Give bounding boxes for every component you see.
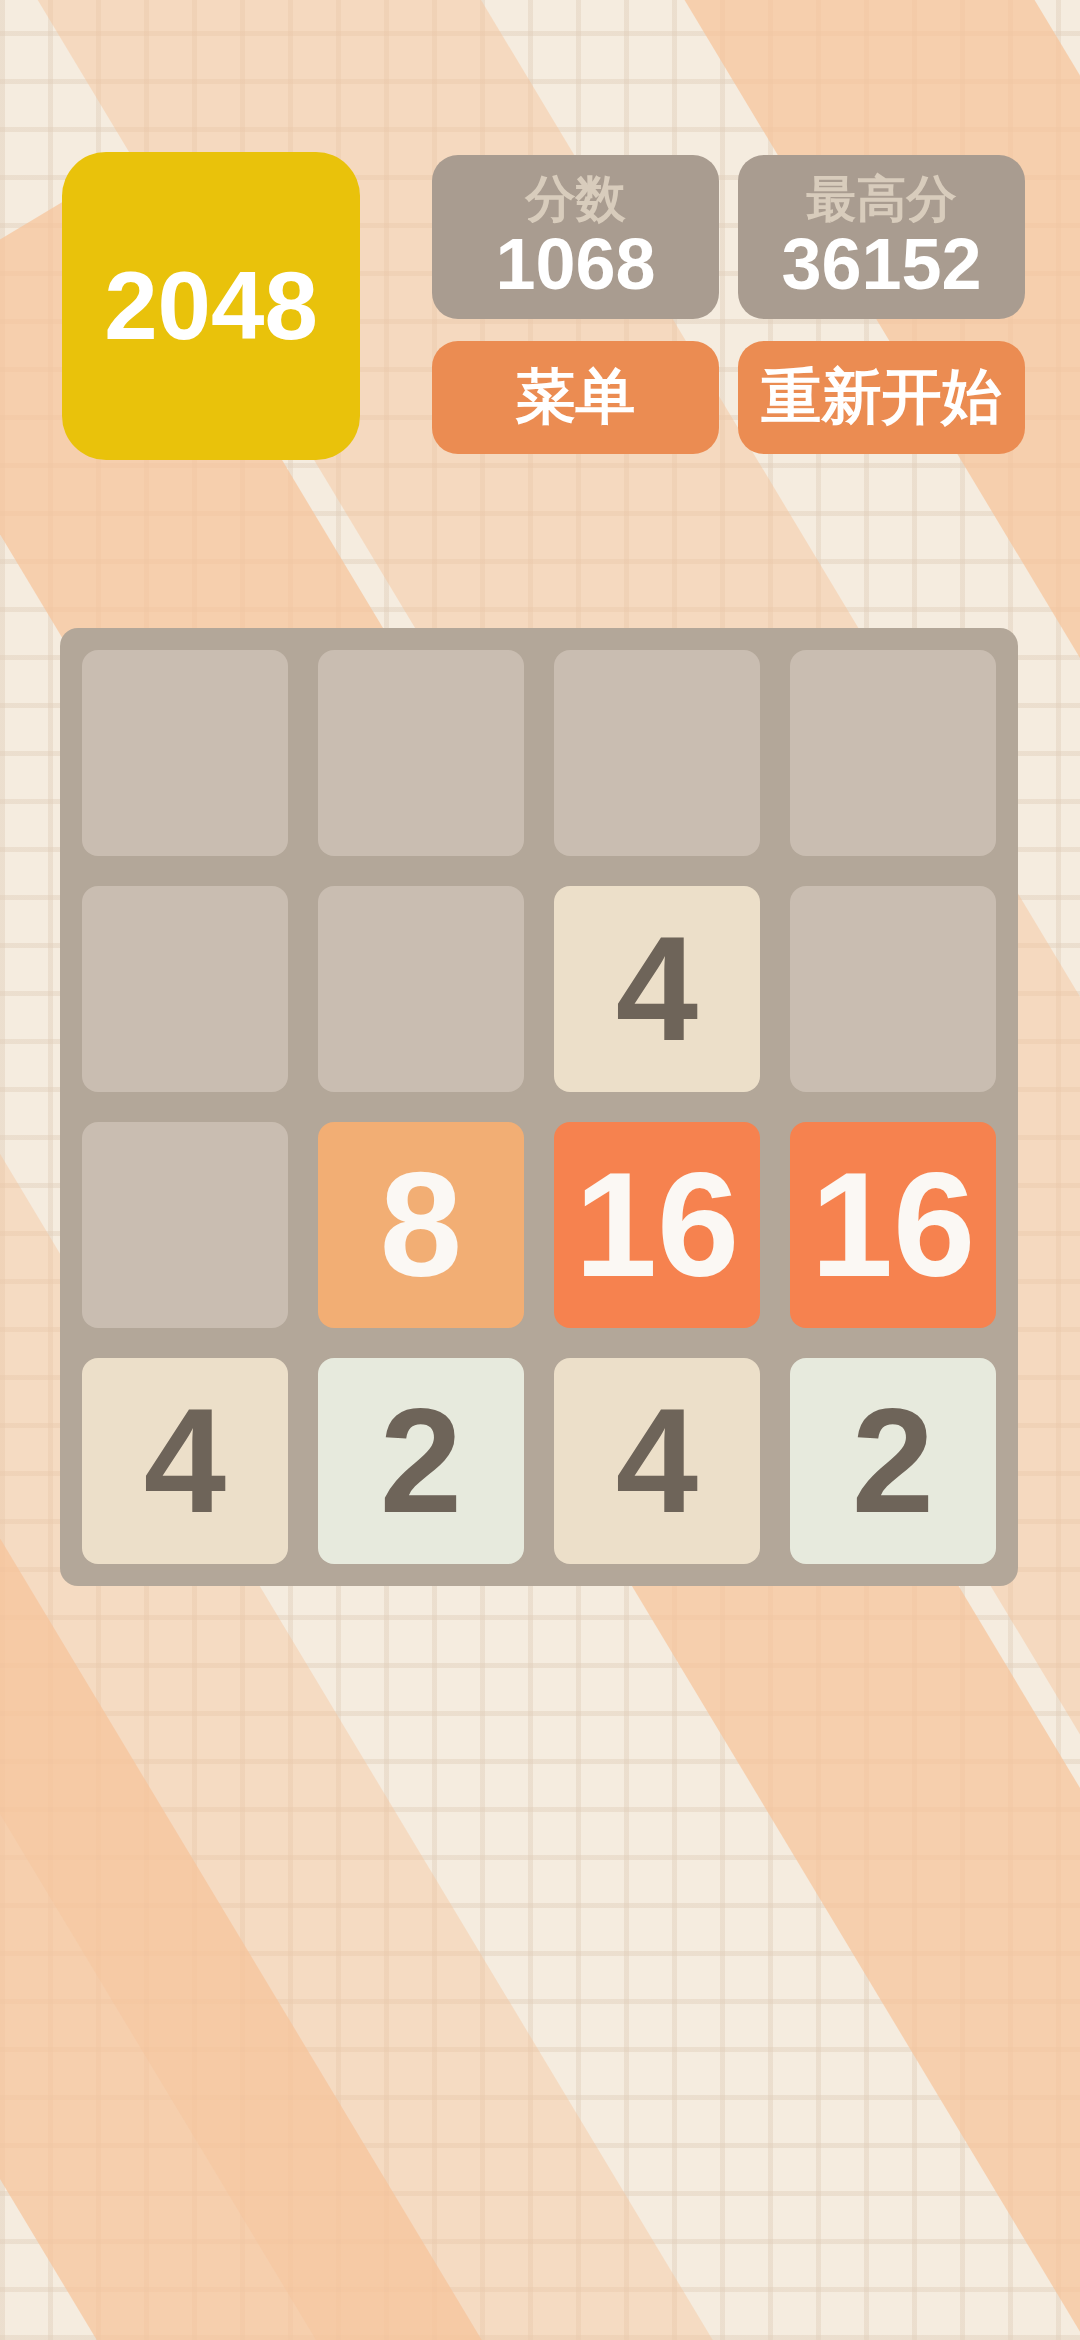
cell-empty-r2c1 [82,886,288,1092]
cell-empty-r1c2 [318,650,524,856]
tile-4-r4c3: 4 [554,1358,760,1564]
cell-empty-r1c4 [790,650,996,856]
cell-empty-r2c2 [318,886,524,1092]
score-label: 分数 [526,172,626,227]
cell-empty-r1c1 [82,650,288,856]
menu-button[interactable]: 菜单 [432,341,719,454]
tile-16-r3c4: 16 [790,1122,996,1328]
tile-2-r4c2: 2 [318,1358,524,1564]
tile-4-r2c3: 4 [554,886,760,1092]
board[interactable]: 4816164242 [60,628,1018,1586]
best-score-label: 最高分 [807,172,957,227]
restart-button[interactable]: 重新开始 [738,341,1025,454]
cell-empty-r2c4 [790,886,996,1092]
tile-16-r3c3: 16 [554,1122,760,1328]
screen: 2048 分数 1068 最高分 36152 菜单 重新开始 481616424… [0,0,1080,2340]
score-box: 分数 1068 [432,155,719,319]
tile-2-r4c4: 2 [790,1358,996,1564]
tile-8-r3c2: 8 [318,1122,524,1328]
cell-empty-r1c3 [554,650,760,856]
best-score-value: 36152 [781,227,981,303]
tile-4-r4c1: 4 [82,1358,288,1564]
best-score-box: 最高分 36152 [738,155,1025,319]
logo-text: 2048 [104,251,318,361]
cell-empty-r3c1 [82,1122,288,1328]
logo-tile: 2048 [62,152,360,460]
score-value: 1068 [495,227,655,303]
